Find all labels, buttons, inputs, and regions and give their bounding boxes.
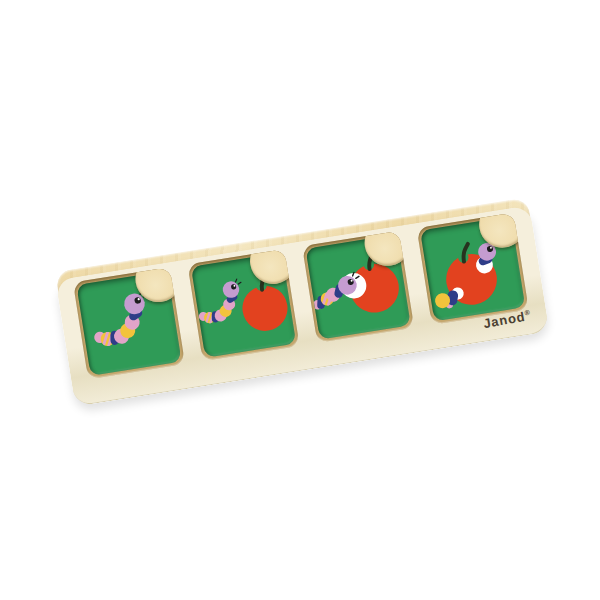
caterpillar-graphic: [88, 290, 154, 349]
tile-slot-3: [302, 231, 414, 343]
tile-slot-2: [187, 249, 299, 361]
puzzle-board: Janod®: [55, 197, 547, 396]
caterpillar-graphic: [194, 279, 247, 326]
registered-trademark-icon: ®: [523, 309, 529, 317]
tile-slot-1: [73, 267, 185, 379]
tile-row: [55, 197, 547, 396]
tile-slot-4: [417, 213, 529, 325]
